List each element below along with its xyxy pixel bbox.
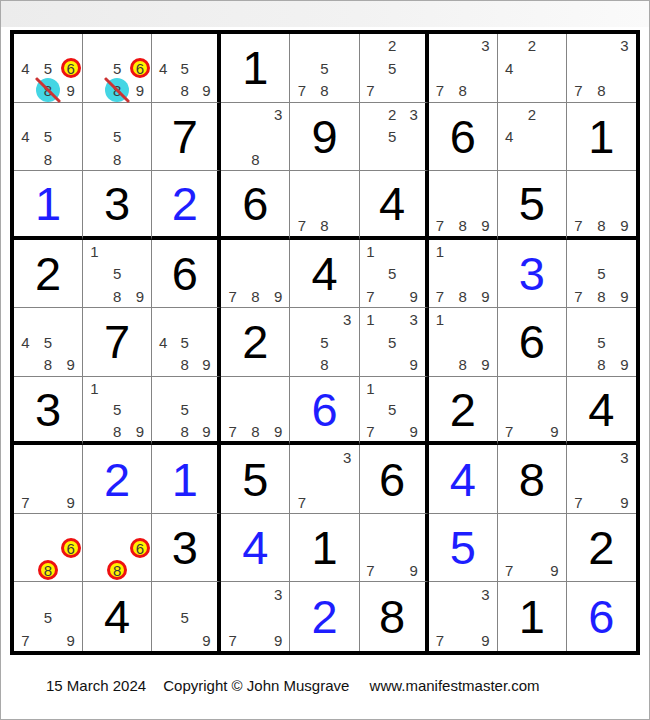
candidate-5: 5 — [37, 56, 60, 79]
candidate-8: 8 — [174, 420, 196, 442]
candidate-8: 8 — [244, 148, 267, 171]
solved-digit: 9 — [290, 103, 358, 171]
cell-r9c7[interactable]: 379 — [429, 582, 498, 651]
cell-r6c8[interactable]: 79 — [498, 377, 567, 446]
candidate-9: 9 — [128, 79, 151, 102]
cell-r3c8[interactable]: 5 — [498, 171, 567, 240]
candidate-5: 5 — [381, 331, 403, 354]
cell-r6c7[interactable]: 2 — [429, 377, 498, 446]
cell-r2c2[interactable]: 58 — [83, 103, 152, 172]
cell-r8c3[interactable]: 3 — [152, 514, 221, 583]
app-window: 4568956894589157825737824378458587389235… — [0, 0, 650, 720]
solved-digit: 6 — [152, 240, 217, 308]
candidate-9: 9 — [128, 420, 151, 442]
cell-r9c2[interactable]: 4 — [83, 582, 152, 651]
candidate-5: 5 — [37, 125, 60, 148]
candidate-9: 9 — [196, 353, 218, 376]
candidate-9: 9 — [403, 420, 425, 442]
candidate-5: 5 — [37, 331, 60, 354]
candidate-9: 9 — [543, 420, 566, 442]
cell-r5c9[interactable]: 589 — [567, 308, 636, 377]
candidate-7: 7 — [429, 285, 452, 308]
cell-r9c3[interactable]: 59 — [152, 582, 221, 651]
candidate-5: 5 — [381, 125, 403, 148]
candidate-9: 9 — [267, 628, 290, 651]
cell-r2c7[interactable]: 6 — [429, 103, 498, 172]
cell-r3c7[interactable]: 789 — [429, 171, 498, 240]
candidate-6: 6 — [128, 536, 151, 559]
cell-r7c8[interactable]: 8 — [498, 445, 567, 514]
solved-digit: 7 — [83, 308, 151, 376]
candidate-9: 9 — [474, 353, 497, 376]
solved-digit: 6 — [360, 445, 425, 513]
candidate-4: 4 — [14, 125, 37, 148]
solved-digit: 7 — [152, 103, 217, 171]
footer-website[interactable]: www.manifestmaster.com — [370, 677, 540, 694]
cell-r4c2[interactable]: 1589 — [83, 240, 152, 309]
candidate-8: 8 — [106, 79, 129, 102]
candidate-8: 8 — [37, 353, 60, 376]
cell-r7c7[interactable]: 4 — [429, 445, 498, 514]
cell-r8c4[interactable]: 4 — [221, 514, 290, 583]
footer-copyright: Copyright © John Musgrave — [163, 677, 349, 694]
solved-digit: 2 — [14, 240, 82, 308]
cell-r8c6[interactable]: 79 — [360, 514, 429, 583]
candidate-5: 5 — [37, 605, 60, 628]
candidate-7: 7 — [290, 79, 313, 102]
cell-r8c5[interactable]: 1 — [290, 514, 359, 583]
candidate-8: 8 — [590, 214, 613, 236]
cell-r5c3[interactable]: 4589 — [152, 308, 221, 377]
candidate-9: 9 — [474, 214, 497, 236]
candidate-4: 4 — [152, 56, 174, 79]
cell-r4c4[interactable]: 789 — [221, 240, 290, 309]
cell-r8c2[interactable]: 68 — [83, 514, 152, 583]
candidate-5: 5 — [590, 331, 613, 354]
candidate-8: 8 — [313, 214, 336, 236]
cell-r1c5[interactable]: 578 — [290, 34, 359, 103]
solved-digit: 1 — [221, 34, 289, 102]
cell-r6c9[interactable]: 4 — [567, 377, 636, 446]
solved-digit: 5 — [221, 445, 289, 513]
cell-r2c3[interactable]: 7 — [152, 103, 221, 172]
candidate-9: 9 — [196, 628, 218, 651]
candidate-8: 8 — [590, 353, 613, 376]
solved-digit: 5 — [498, 171, 566, 236]
cell-r3c2[interactable]: 3 — [83, 171, 152, 240]
cell-r3c5[interactable]: 78 — [290, 171, 359, 240]
candidate-8: 8 — [451, 285, 474, 308]
cell-r9c9[interactable]: 6 — [567, 582, 636, 651]
candidate-9: 9 — [474, 628, 497, 651]
cell-r7c6[interactable]: 6 — [360, 445, 429, 514]
candidate-8: 8 — [106, 420, 129, 442]
cell-r4c3[interactable]: 6 — [152, 240, 221, 309]
cell-r9c5[interactable]: 2 — [290, 582, 359, 651]
entered-digit: 1 — [14, 171, 82, 236]
cell-r2c5[interactable]: 9 — [290, 103, 359, 172]
candidate-3: 3 — [336, 308, 359, 331]
solved-digit: 1 — [498, 582, 566, 651]
cell-r1c8[interactable]: 24 — [498, 34, 567, 103]
candidate-5: 5 — [381, 398, 403, 420]
candidate-9: 9 — [403, 353, 425, 376]
solved-digit: 2 — [567, 514, 636, 582]
candidate-8: 8 — [244, 420, 267, 442]
cell-r9c4[interactable]: 379 — [221, 582, 290, 651]
candidate-3: 3 — [336, 445, 359, 468]
candidate-9: 9 — [613, 214, 636, 236]
solved-digit: 4 — [290, 240, 358, 308]
candidate-7: 7 — [429, 79, 452, 102]
candidate-7: 7 — [221, 285, 244, 308]
solved-digit: 8 — [360, 582, 425, 651]
candidate-2: 2 — [381, 103, 403, 126]
cell-r7c9[interactable]: 379 — [567, 445, 636, 514]
candidate-4: 4 — [498, 125, 521, 148]
candidate-7: 7 — [14, 490, 37, 513]
cell-r4c7[interactable]: 1789 — [429, 240, 498, 309]
candidate-2: 2 — [520, 103, 543, 126]
entered-digit: 2 — [290, 582, 358, 651]
candidate-5: 5 — [313, 56, 336, 79]
candidate-3: 3 — [474, 34, 497, 57]
cell-r1c3[interactable]: 4589 — [152, 34, 221, 103]
candidate-9: 9 — [403, 559, 425, 582]
solved-digit: 8 — [498, 445, 566, 513]
entered-digit: 3 — [498, 240, 566, 308]
candidate-8: 8 — [37, 559, 60, 582]
candidate-6: 6 — [59, 536, 82, 559]
cell-r2c9[interactable]: 1 — [567, 103, 636, 172]
candidate-9: 9 — [59, 490, 82, 513]
cell-r3c3[interactable]: 2 — [152, 171, 221, 240]
cell-r2c8[interactable]: 24 — [498, 103, 567, 172]
candidate-2: 2 — [381, 34, 403, 57]
cell-r6c4[interactable]: 789 — [221, 377, 290, 446]
cell-r1c2[interactable]: 5689 — [83, 34, 152, 103]
candidate-8: 8 — [590, 285, 613, 308]
candidate-8: 8 — [106, 285, 129, 308]
cell-r3c4[interactable]: 6 — [221, 171, 290, 240]
cell-r5c7[interactable]: 189 — [429, 308, 498, 377]
candidate-8: 8 — [244, 285, 267, 308]
candidate-4: 4 — [14, 56, 37, 79]
solved-digit: 3 — [14, 377, 82, 442]
candidate-8: 8 — [590, 79, 613, 102]
solved-digit: 6 — [498, 308, 566, 376]
candidate-7: 7 — [360, 79, 382, 102]
candidate-1: 1 — [429, 308, 452, 331]
candidate-1: 1 — [83, 240, 106, 263]
cell-r9c1[interactable]: 579 — [14, 582, 83, 651]
cell-r8c1[interactable]: 68 — [14, 514, 83, 583]
entered-digit: 5 — [429, 514, 497, 582]
candidate-5: 5 — [590, 262, 613, 285]
footer: 15 March 2024 Copyright © John Musgrave … — [46, 678, 540, 694]
candidate-8: 8 — [106, 148, 129, 171]
candidate-1: 1 — [429, 240, 452, 263]
cell-r3c1[interactable]: 1 — [14, 171, 83, 240]
sudoku-board: 4568956894589157825737824378458587389235… — [10, 30, 640, 655]
solved-digit: 3 — [83, 171, 151, 236]
entered-digit: 4 — [221, 514, 289, 582]
candidate-4: 4 — [152, 331, 174, 354]
candidate-8: 8 — [37, 148, 60, 171]
candidate-7: 7 — [290, 214, 313, 236]
cell-r5c2[interactable]: 7 — [83, 308, 152, 377]
cell-r5c1[interactable]: 4589 — [14, 308, 83, 377]
candidate-9: 9 — [403, 285, 425, 308]
candidate-7: 7 — [498, 559, 521, 582]
solved-digit: 4 — [360, 171, 425, 236]
cell-r3c6[interactable]: 4 — [360, 171, 429, 240]
cell-r2c4[interactable]: 38 — [221, 103, 290, 172]
entered-digit: 4 — [429, 445, 497, 513]
candidate-8: 8 — [106, 559, 129, 582]
window-top-strip — [1, 1, 649, 27]
candidate-7: 7 — [221, 628, 244, 651]
candidate-1: 1 — [83, 377, 106, 399]
cell-r2c1[interactable]: 458 — [14, 103, 83, 172]
cell-r7c4[interactable]: 5 — [221, 445, 290, 514]
candidate-6: 6 — [59, 56, 82, 79]
cell-r1c6[interactable]: 257 — [360, 34, 429, 103]
entered-digit: 1 — [152, 445, 217, 513]
cell-r1c4[interactable]: 1 — [221, 34, 290, 103]
entered-digit: 2 — [152, 171, 217, 236]
solved-digit: 4 — [83, 582, 151, 651]
candidate-5: 5 — [381, 56, 403, 79]
candidate-4: 4 — [14, 331, 37, 354]
cell-r6c6[interactable]: 1579 — [360, 377, 429, 446]
cell-r1c7[interactable]: 378 — [429, 34, 498, 103]
candidate-3: 3 — [267, 582, 290, 605]
candidate-8: 8 — [174, 353, 196, 376]
candidate-9: 9 — [543, 559, 566, 582]
candidate-5: 5 — [106, 125, 129, 148]
footer-date: 15 March 2024 — [46, 677, 146, 694]
candidate-8: 8 — [37, 79, 60, 102]
candidate-1: 1 — [360, 377, 382, 399]
candidate-8: 8 — [451, 353, 474, 376]
candidate-9: 9 — [613, 490, 636, 513]
candidate-7: 7 — [360, 285, 382, 308]
cell-r5c4[interactable]: 2 — [221, 308, 290, 377]
solved-digit: 2 — [221, 308, 289, 376]
cell-r7c3[interactable]: 1 — [152, 445, 221, 514]
cell-r5c5[interactable]: 358 — [290, 308, 359, 377]
candidate-5: 5 — [174, 331, 196, 354]
cell-r4c1[interactable]: 2 — [14, 240, 83, 309]
cell-r6c1[interactable]: 3 — [14, 377, 83, 446]
candidate-9: 9 — [267, 420, 290, 442]
candidate-8: 8 — [451, 79, 474, 102]
candidate-1: 1 — [360, 308, 382, 331]
candidate-8: 8 — [313, 353, 336, 376]
cell-r5c6[interactable]: 1359 — [360, 308, 429, 377]
candidate-7: 7 — [360, 420, 382, 442]
candidate-3: 3 — [403, 308, 425, 331]
cell-r5c8[interactable]: 6 — [498, 308, 567, 377]
candidate-9: 9 — [196, 420, 218, 442]
cell-r4c6[interactable]: 1579 — [360, 240, 429, 309]
candidate-9: 9 — [59, 628, 82, 651]
candidate-7: 7 — [290, 490, 313, 513]
cell-r7c5[interactable]: 37 — [290, 445, 359, 514]
solved-digit: 3 — [152, 514, 217, 582]
cell-r9c8[interactable]: 1 — [498, 582, 567, 651]
candidate-2: 2 — [520, 34, 543, 57]
candidate-7: 7 — [567, 79, 590, 102]
candidate-5: 5 — [174, 56, 196, 79]
entered-digit: 6 — [567, 582, 636, 651]
cell-r7c2[interactable]: 2 — [83, 445, 152, 514]
solved-digit: 6 — [221, 171, 289, 236]
candidate-8: 8 — [174, 79, 196, 102]
candidate-3: 3 — [403, 103, 425, 126]
candidate-7: 7 — [14, 628, 37, 651]
candidate-9: 9 — [59, 79, 82, 102]
solved-digit: 4 — [567, 377, 636, 442]
candidate-9: 9 — [196, 79, 218, 102]
candidate-5: 5 — [313, 331, 336, 354]
candidate-9: 9 — [613, 285, 636, 308]
candidate-3: 3 — [613, 34, 636, 57]
cell-r7c1[interactable]: 79 — [14, 445, 83, 514]
candidate-6: 6 — [128, 56, 151, 79]
candidate-9: 9 — [267, 285, 290, 308]
cell-r1c1[interactable]: 45689 — [14, 34, 83, 103]
candidate-7: 7 — [429, 214, 452, 236]
cell-r4c9[interactable]: 5789 — [567, 240, 636, 309]
candidate-9: 9 — [128, 285, 151, 308]
candidate-7: 7 — [221, 420, 244, 442]
candidate-4: 4 — [498, 56, 521, 79]
cell-r4c8[interactable]: 3 — [498, 240, 567, 309]
candidate-8: 8 — [451, 214, 474, 236]
candidate-1: 1 — [360, 240, 382, 263]
candidate-9: 9 — [474, 285, 497, 308]
solved-digit: 2 — [429, 377, 497, 442]
solved-digit: 1 — [290, 514, 358, 582]
candidate-5: 5 — [106, 262, 129, 285]
cell-r1c9[interactable]: 378 — [567, 34, 636, 103]
solved-digit: 6 — [429, 103, 497, 171]
cell-r8c8[interactable]: 79 — [498, 514, 567, 583]
candidate-7: 7 — [360, 559, 382, 582]
candidate-9: 9 — [613, 353, 636, 376]
candidate-3: 3 — [613, 445, 636, 468]
candidate-7: 7 — [567, 285, 590, 308]
cell-r3c9[interactable]: 789 — [567, 171, 636, 240]
cell-r8c9[interactable]: 2 — [567, 514, 636, 583]
cell-r9c6[interactable]: 8 — [360, 582, 429, 651]
cell-r2c6[interactable]: 235 — [360, 103, 429, 172]
candidate-8: 8 — [313, 79, 336, 102]
cell-r4c5[interactable]: 4 — [290, 240, 359, 309]
candidate-5: 5 — [174, 398, 196, 420]
candidate-5: 5 — [106, 398, 129, 420]
entered-digit: 6 — [290, 377, 358, 442]
cell-r6c2[interactable]: 1589 — [83, 377, 152, 446]
cell-r6c3[interactable]: 589 — [152, 377, 221, 446]
candidate-5: 5 — [381, 262, 403, 285]
candidate-7: 7 — [429, 628, 452, 651]
candidate-5: 5 — [106, 56, 129, 79]
cell-r6c5[interactable]: 6 — [290, 377, 359, 446]
solved-digit: 1 — [567, 103, 636, 171]
candidate-3: 3 — [267, 103, 290, 126]
candidate-7: 7 — [567, 214, 590, 236]
candidate-7: 7 — [498, 420, 521, 442]
cell-r8c7[interactable]: 5 — [429, 514, 498, 583]
candidate-7: 7 — [567, 490, 590, 513]
candidate-9: 9 — [59, 353, 82, 376]
candidate-5: 5 — [174, 605, 196, 628]
candidate-3: 3 — [474, 582, 497, 605]
entered-digit: 2 — [83, 445, 151, 513]
